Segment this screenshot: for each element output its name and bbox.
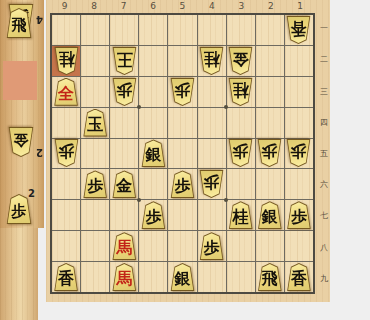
- piece-53[interactable]: 歩: [170, 78, 195, 106]
- square-94[interactable]: [52, 108, 80, 138]
- square-52[interactable]: [168, 46, 196, 76]
- gote-hand-highlight-slot: [3, 61, 37, 100]
- file-label-4: 4: [197, 0, 226, 13]
- piece-glyph: 歩: [199, 170, 224, 198]
- piece-86[interactable]: 歩: [83, 170, 108, 198]
- square-89[interactable]: [81, 262, 109, 292]
- piece-glyph: 歩: [170, 170, 195, 198]
- piece-35[interactable]: 歩: [228, 139, 253, 167]
- hoshi-dot: [137, 198, 141, 202]
- gote-hand-gold[interactable]: 金: [8, 127, 34, 157]
- piece-79[interactable]: 馬: [112, 263, 137, 291]
- piece-glyph: 歩: [199, 232, 224, 260]
- rank-label-4: 四: [318, 107, 330, 138]
- piece-32[interactable]: 金: [228, 47, 253, 75]
- square-31[interactable]: [227, 15, 255, 45]
- square-97[interactable]: [52, 200, 80, 230]
- piece-glyph: 飛: [257, 263, 282, 291]
- piece-11[interactable]: 香: [286, 16, 311, 44]
- square-35[interactable]: 歩: [227, 139, 255, 169]
- piece-glyph: 香: [54, 263, 79, 291]
- sente-hand-stand: 飛 歩 2: [0, 228, 38, 320]
- square-54[interactable]: [168, 108, 196, 138]
- piece-glyph: 銀: [170, 263, 195, 291]
- file-labels: 987654321: [50, 0, 315, 13]
- square-92[interactable]: 桂: [52, 46, 80, 76]
- square-33[interactable]: 桂: [227, 77, 255, 107]
- piece-78[interactable]: 馬: [112, 232, 137, 260]
- square-39[interactable]: [227, 262, 255, 292]
- square-24[interactable]: [256, 108, 284, 138]
- piece-glyph: 馬: [112, 263, 137, 291]
- square-37[interactable]: 桂: [227, 200, 255, 230]
- square-87[interactable]: [81, 200, 109, 230]
- square-76[interactable]: 金: [110, 169, 138, 199]
- piece-glyph: 金: [228, 47, 253, 75]
- square-57[interactable]: [168, 200, 196, 230]
- square-67[interactable]: 歩: [139, 200, 167, 230]
- square-32[interactable]: 金: [227, 46, 255, 76]
- square-27[interactable]: 銀: [256, 200, 284, 230]
- piece-glyph: 香: [286, 263, 311, 291]
- piece-59[interactable]: 銀: [170, 263, 195, 291]
- square-66[interactable]: [139, 169, 167, 199]
- piece-glyph: 金: [112, 170, 137, 198]
- piece-glyph: 歩: [54, 139, 79, 167]
- piece-glyph: 全: [54, 78, 79, 106]
- square-53[interactable]: 歩: [168, 77, 196, 107]
- file-label-7: 7: [109, 0, 138, 13]
- square-23[interactable]: [256, 77, 284, 107]
- square-38[interactable]: [227, 231, 255, 261]
- piece-42[interactable]: 桂: [199, 47, 224, 75]
- square-16[interactable]: [285, 169, 313, 199]
- rank-label-9: 九: [318, 263, 330, 294]
- piece-29[interactable]: 飛: [257, 263, 282, 291]
- piece-27[interactable]: 銀: [257, 201, 282, 229]
- square-63[interactable]: [139, 77, 167, 107]
- square-17[interactable]: 歩: [285, 200, 313, 230]
- square-22[interactable]: [256, 46, 284, 76]
- square-25[interactable]: 歩: [256, 139, 284, 169]
- rank-label-6: 六: [318, 169, 330, 200]
- piece-glyph: 歩: [286, 139, 311, 167]
- gote-gold-count: 2: [36, 147, 43, 158]
- square-41[interactable]: [198, 15, 226, 45]
- piece-glyph: 歩: [257, 139, 282, 167]
- piece-17[interactable]: 歩: [286, 201, 311, 229]
- square-14[interactable]: [285, 108, 313, 138]
- piece-37[interactable]: 桂: [228, 201, 253, 229]
- rank-label-8: 八: [318, 232, 330, 263]
- square-64[interactable]: [139, 108, 167, 138]
- square-68[interactable]: [139, 231, 167, 261]
- square-13[interactable]: [285, 77, 313, 107]
- square-99[interactable]: 香: [52, 262, 80, 292]
- square-28[interactable]: [256, 231, 284, 261]
- gote-pawn-count: 4: [36, 14, 43, 25]
- piece-glyph: 王: [112, 47, 137, 75]
- square-15[interactable]: 歩: [285, 139, 313, 169]
- square-46[interactable]: 歩: [198, 169, 226, 199]
- piece-glyph: 歩: [286, 201, 311, 229]
- square-86[interactable]: 歩: [81, 169, 109, 199]
- square-98[interactable]: [52, 231, 80, 261]
- file-label-6: 6: [138, 0, 167, 13]
- piece-84[interactable]: 玉: [83, 109, 108, 137]
- sente-hand-rook[interactable]: 飛: [6, 8, 32, 38]
- square-29[interactable]: 飛: [256, 262, 284, 292]
- piece-glyph: 玉: [83, 109, 108, 137]
- gold-glyph: 金: [8, 127, 34, 157]
- square-74[interactable]: [110, 108, 138, 138]
- piece-65[interactable]: 銀: [141, 139, 166, 167]
- piece-glyph: 銀: [257, 201, 282, 229]
- piece-72[interactable]: 王: [112, 47, 137, 75]
- square-93[interactable]: 全: [52, 77, 80, 107]
- piece-glyph: 桂: [54, 47, 79, 75]
- piece-95[interactable]: 歩: [54, 139, 79, 167]
- piece-glyph: 香: [286, 16, 311, 44]
- square-36[interactable]: [227, 169, 255, 199]
- square-47[interactable]: [198, 200, 226, 230]
- piece-glyph: 銀: [141, 139, 166, 167]
- sente-pawn-count: 2: [28, 188, 35, 199]
- square-26[interactable]: [256, 169, 284, 199]
- rook-glyph: 飛: [6, 8, 32, 38]
- piece-93[interactable]: 全: [54, 78, 79, 106]
- file-label-8: 8: [79, 0, 108, 13]
- piece-15[interactable]: 歩: [286, 139, 311, 167]
- square-65[interactable]: 銀: [139, 139, 167, 169]
- piece-glyph: 桂: [228, 78, 253, 106]
- rank-label-1: 一: [318, 13, 330, 44]
- piece-glyph: 馬: [112, 232, 137, 260]
- piece-glyph: 歩: [228, 139, 253, 167]
- square-85[interactable]: [81, 139, 109, 169]
- square-59[interactable]: 銀: [168, 262, 196, 292]
- piece-glyph: 桂: [199, 47, 224, 75]
- piece-glyph: 歩: [112, 78, 137, 106]
- square-58[interactable]: [168, 231, 196, 261]
- square-72[interactable]: 王: [110, 46, 138, 76]
- square-83[interactable]: [81, 77, 109, 107]
- board-grid: 香桂王桂金全歩歩桂玉歩銀歩歩歩歩金歩歩歩桂銀歩馬歩香馬銀飛香: [50, 13, 315, 294]
- square-73[interactable]: 歩: [110, 77, 138, 107]
- square-45[interactable]: [198, 139, 226, 169]
- piece-glyph: 歩: [83, 170, 108, 198]
- square-82[interactable]: [81, 46, 109, 76]
- square-77[interactable]: [110, 200, 138, 230]
- square-18[interactable]: [285, 231, 313, 261]
- rank-label-2: 二: [318, 44, 330, 75]
- piece-76[interactable]: 金: [112, 170, 137, 198]
- rank-label-5: 五: [318, 138, 330, 169]
- square-43[interactable]: [198, 77, 226, 107]
- piece-glyph: 歩: [170, 78, 195, 106]
- piece-92[interactable]: 桂: [54, 47, 79, 75]
- square-19[interactable]: 香: [285, 262, 313, 292]
- file-label-3: 3: [227, 0, 256, 13]
- square-21[interactable]: [256, 15, 284, 45]
- square-95[interactable]: 歩: [52, 139, 80, 169]
- square-62[interactable]: [139, 46, 167, 76]
- piece-25[interactable]: 歩: [257, 139, 282, 167]
- square-79[interactable]: 馬: [110, 262, 138, 292]
- rank-label-3: 三: [318, 75, 330, 106]
- square-84[interactable]: 玉: [81, 108, 109, 138]
- square-42[interactable]: 桂: [198, 46, 226, 76]
- square-55[interactable]: [168, 139, 196, 169]
- piece-19[interactable]: 香: [286, 263, 311, 291]
- piece-99[interactable]: 香: [54, 263, 79, 291]
- piece-glyph: 桂: [228, 201, 253, 229]
- square-51[interactable]: [168, 15, 196, 45]
- piece-67[interactable]: 歩: [141, 201, 166, 229]
- file-label-9: 9: [50, 0, 79, 13]
- file-label-2: 2: [256, 0, 285, 13]
- square-56[interactable]: 歩: [168, 169, 196, 199]
- square-71[interactable]: [110, 15, 138, 45]
- file-label-5: 5: [168, 0, 197, 13]
- file-label-1: 1: [286, 0, 315, 13]
- piece-glyph: 歩: [141, 201, 166, 229]
- square-78[interactable]: 馬: [110, 231, 138, 261]
- piece-48[interactable]: 歩: [199, 232, 224, 260]
- square-11[interactable]: 香: [285, 15, 313, 45]
- square-75[interactable]: [110, 139, 138, 169]
- square-96[interactable]: [52, 169, 80, 199]
- square-44[interactable]: [198, 108, 226, 138]
- rank-labels: 一二三四五六七八九: [318, 13, 330, 294]
- square-69[interactable]: [139, 262, 167, 292]
- square-61[interactable]: [139, 15, 167, 45]
- square-12[interactable]: [285, 46, 313, 76]
- shogi-board: 987654321 香桂王桂金全歩歩桂玉歩銀歩歩歩歩金歩歩歩桂銀歩馬歩香馬銀飛香…: [46, 0, 330, 302]
- square-49[interactable]: [198, 262, 226, 292]
- piece-46[interactable]: 歩: [199, 170, 224, 198]
- square-88[interactable]: [81, 231, 109, 261]
- square-91[interactable]: [52, 15, 80, 45]
- piece-73[interactable]: 歩: [112, 78, 137, 106]
- rank-label-7: 七: [318, 200, 330, 231]
- square-34[interactable]: [227, 108, 255, 138]
- piece-56[interactable]: 歩: [170, 170, 195, 198]
- square-81[interactable]: [81, 15, 109, 45]
- square-48[interactable]: 歩: [198, 231, 226, 261]
- hoshi-dot: [224, 198, 228, 202]
- piece-33[interactable]: 桂: [228, 78, 253, 106]
